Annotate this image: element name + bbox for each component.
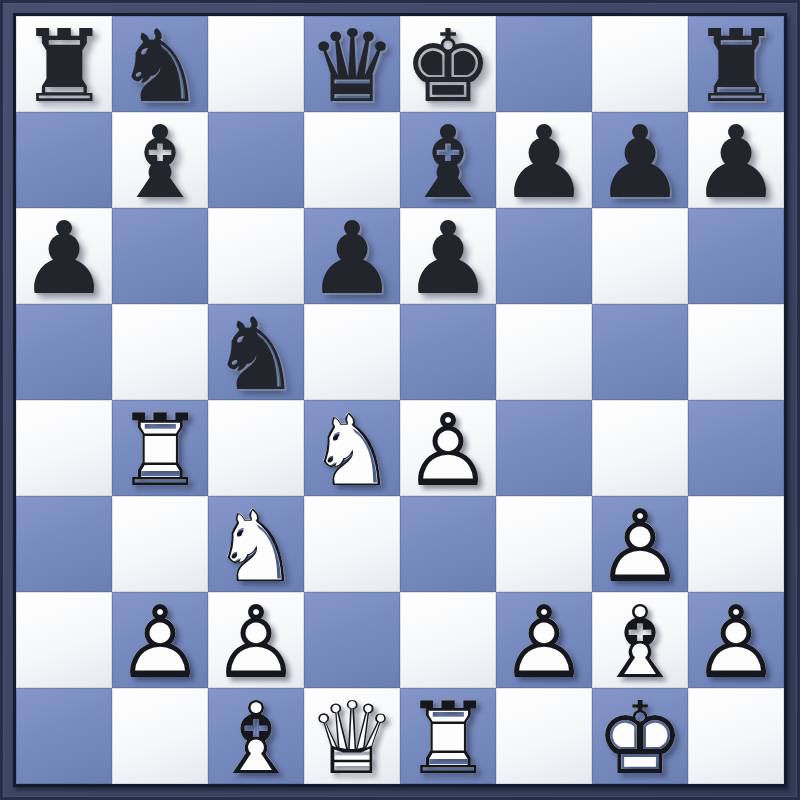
square-f4[interactable] — [496, 400, 592, 496]
square-f1[interactable] — [496, 688, 592, 784]
black-pawn-glyph: ♟ — [691, 113, 781, 213]
white-pawn-outline-glyph: ♙ — [211, 593, 301, 693]
black-pawn-glyph: ♟ — [403, 209, 493, 309]
square-c6[interactable] — [208, 208, 304, 304]
white-rook-glyph: ♜ — [403, 689, 493, 789]
piece-white-knight[interactable]: ♞♘ — [304, 400, 400, 496]
square-d1[interactable]: ♛♕ — [304, 688, 400, 784]
white-king-glyph: ♚ — [595, 689, 685, 789]
piece-white-queen[interactable]: ♛♕ — [304, 688, 400, 784]
square-g6[interactable] — [592, 208, 688, 304]
black-rook-glyph: ♜ — [19, 17, 109, 117]
square-h1[interactable] — [688, 688, 784, 784]
square-e1[interactable]: ♜♖ — [400, 688, 496, 784]
square-a3[interactable] — [16, 496, 112, 592]
white-bishop-glyph: ♝ — [211, 689, 301, 789]
square-h4[interactable] — [688, 400, 784, 496]
piece-white-king[interactable]: ♚♔ — [592, 688, 688, 784]
black-pawn-glyph: ♟ — [307, 209, 397, 309]
square-h7[interactable]: ♟ — [688, 112, 784, 208]
square-h2[interactable]: ♟♙ — [688, 592, 784, 688]
black-bishop-glyph: ♝ — [115, 113, 205, 213]
square-d8[interactable]: ♛ — [304, 16, 400, 112]
square-g7[interactable]: ♟ — [592, 112, 688, 208]
square-a8[interactable]: ♜ — [16, 16, 112, 112]
white-knight-outline-glyph: ♘ — [211, 497, 301, 597]
square-c5[interactable]: ♞ — [208, 304, 304, 400]
square-d7[interactable] — [304, 112, 400, 208]
square-c4[interactable] — [208, 400, 304, 496]
square-a6[interactable]: ♟ — [16, 208, 112, 304]
square-c3[interactable]: ♞♘ — [208, 496, 304, 592]
square-b4[interactable]: ♜♖ — [112, 400, 208, 496]
white-queen-outline-glyph: ♕ — [307, 689, 397, 789]
piece-black-pawn[interactable]: ♟ — [400, 208, 496, 304]
square-b2[interactable]: ♟♙ — [112, 592, 208, 688]
square-g2[interactable]: ♝♗ — [592, 592, 688, 688]
white-pawn-outline-glyph: ♙ — [499, 593, 589, 693]
white-pawn-glyph: ♟ — [499, 593, 589, 693]
square-b6[interactable] — [112, 208, 208, 304]
square-d5[interactable] — [304, 304, 400, 400]
board-border: ♜♞♛♚♜♝♝♟♟♟♟♟♟♞♜♖♞♘♟♙♞♘♟♙♟♙♟♙♟♙♝♗♟♙♝♗♛♕♜♖… — [13, 13, 787, 787]
square-a2[interactable] — [16, 592, 112, 688]
white-pawn-outline-glyph: ♙ — [595, 497, 685, 597]
board: ♜♞♛♚♜♝♝♟♟♟♟♟♟♞♜♖♞♘♟♙♞♘♟♙♟♙♟♙♟♙♝♗♟♙♝♗♛♕♜♖… — [16, 16, 784, 784]
black-knight-glyph: ♞ — [211, 305, 301, 405]
piece-black-rook[interactable]: ♜ — [16, 16, 112, 112]
square-e5[interactable] — [400, 304, 496, 400]
square-g1[interactable]: ♚♔ — [592, 688, 688, 784]
square-b3[interactable] — [112, 496, 208, 592]
piece-white-pawn[interactable]: ♟♙ — [400, 400, 496, 496]
square-f7[interactable]: ♟ — [496, 112, 592, 208]
piece-black-queen[interactable]: ♛ — [304, 16, 400, 112]
white-pawn-glyph: ♟ — [691, 593, 781, 693]
square-c8[interactable] — [208, 16, 304, 112]
square-d4[interactable]: ♞♘ — [304, 400, 400, 496]
black-pawn-glyph: ♟ — [595, 113, 685, 213]
square-c1[interactable]: ♝♗ — [208, 688, 304, 784]
black-pawn-glyph: ♟ — [19, 209, 109, 309]
square-c7[interactable] — [208, 112, 304, 208]
square-g8[interactable] — [592, 16, 688, 112]
piece-black-pawn[interactable]: ♟ — [592, 112, 688, 208]
square-h3[interactable] — [688, 496, 784, 592]
piece-black-bishop[interactable]: ♝ — [112, 112, 208, 208]
square-f8[interactable] — [496, 16, 592, 112]
square-d6[interactable]: ♟ — [304, 208, 400, 304]
white-bishop-outline-glyph: ♗ — [595, 593, 685, 693]
square-e6[interactable]: ♟ — [400, 208, 496, 304]
piece-black-pawn[interactable]: ♟ — [688, 112, 784, 208]
square-g3[interactable]: ♟♙ — [592, 496, 688, 592]
white-pawn-outline-glyph: ♙ — [403, 401, 493, 501]
square-e4[interactable]: ♟♙ — [400, 400, 496, 496]
white-pawn-outline-glyph: ♙ — [691, 593, 781, 693]
white-queen-glyph: ♛ — [307, 689, 397, 789]
square-e8[interactable]: ♚ — [400, 16, 496, 112]
piece-black-king[interactable]: ♚ — [400, 16, 496, 112]
piece-white-pawn[interactable]: ♟♙ — [592, 496, 688, 592]
white-bishop-glyph: ♝ — [595, 593, 685, 693]
white-pawn-outline-glyph: ♙ — [115, 593, 205, 693]
piece-black-knight[interactable]: ♞ — [112, 16, 208, 112]
board-frame: ♜♞♛♚♜♝♝♟♟♟♟♟♟♞♜♖♞♘♟♙♞♘♟♙♟♙♟♙♟♙♝♗♟♙♝♗♛♕♜♖… — [0, 0, 800, 800]
white-bishop-outline-glyph: ♗ — [211, 689, 301, 789]
piece-black-rook[interactable]: ♜ — [688, 16, 784, 112]
square-e3[interactable] — [400, 496, 496, 592]
piece-black-knight[interactable]: ♞ — [208, 304, 304, 400]
piece-white-rook[interactable]: ♜♖ — [112, 400, 208, 496]
square-h5[interactable] — [688, 304, 784, 400]
black-pawn-glyph: ♟ — [499, 113, 589, 213]
white-knight-outline-glyph: ♘ — [307, 401, 397, 501]
square-h6[interactable] — [688, 208, 784, 304]
white-knight-glyph: ♞ — [307, 401, 397, 501]
square-f6[interactable] — [496, 208, 592, 304]
white-pawn-glyph: ♟ — [595, 497, 685, 597]
square-b8[interactable]: ♞ — [112, 16, 208, 112]
square-e2[interactable] — [400, 592, 496, 688]
square-f2[interactable]: ♟♙ — [496, 592, 592, 688]
white-knight-glyph: ♞ — [211, 497, 301, 597]
square-f5[interactable] — [496, 304, 592, 400]
black-rook-glyph: ♜ — [691, 17, 781, 117]
square-a1[interactable] — [16, 688, 112, 784]
piece-white-pawn[interactable]: ♟♙ — [208, 592, 304, 688]
piece-black-pawn[interactable]: ♟ — [496, 112, 592, 208]
square-g4[interactable] — [592, 400, 688, 496]
piece-white-knight[interactable]: ♞♘ — [208, 496, 304, 592]
piece-black-pawn[interactable]: ♟ — [16, 208, 112, 304]
square-g5[interactable] — [592, 304, 688, 400]
black-knight-glyph: ♞ — [115, 17, 205, 117]
square-d3[interactable] — [304, 496, 400, 592]
piece-white-pawn[interactable]: ♟♙ — [112, 592, 208, 688]
piece-black-bishop[interactable]: ♝ — [400, 112, 496, 208]
square-e7[interactable]: ♝ — [400, 112, 496, 208]
white-pawn-glyph: ♟ — [115, 593, 205, 693]
white-pawn-glyph: ♟ — [403, 401, 493, 501]
white-rook-outline-glyph: ♖ — [403, 689, 493, 789]
square-a7[interactable] — [16, 112, 112, 208]
piece-white-bishop[interactable]: ♝♗ — [592, 592, 688, 688]
piece-black-pawn[interactable]: ♟ — [304, 208, 400, 304]
piece-white-rook[interactable]: ♜♖ — [400, 688, 496, 784]
square-h8[interactable]: ♜ — [688, 16, 784, 112]
white-rook-outline-glyph: ♖ — [115, 401, 205, 501]
square-a5[interactable] — [16, 304, 112, 400]
square-d2[interactable] — [304, 592, 400, 688]
black-queen-glyph: ♛ — [307, 17, 397, 117]
white-king-outline-glyph: ♔ — [595, 689, 685, 789]
piece-white-pawn[interactable]: ♟♙ — [496, 592, 592, 688]
square-c2[interactable]: ♟♙ — [208, 592, 304, 688]
black-king-glyph: ♚ — [403, 17, 493, 117]
piece-white-pawn[interactable]: ♟♙ — [688, 592, 784, 688]
piece-white-bishop[interactable]: ♝♗ — [208, 688, 304, 784]
white-rook-glyph: ♜ — [115, 401, 205, 501]
square-a4[interactable] — [16, 400, 112, 496]
black-bishop-glyph: ♝ — [403, 113, 493, 213]
square-b1[interactable] — [112, 688, 208, 784]
square-b7[interactable]: ♝ — [112, 112, 208, 208]
square-f3[interactable] — [496, 496, 592, 592]
white-pawn-glyph: ♟ — [211, 593, 301, 693]
square-b5[interactable] — [112, 304, 208, 400]
